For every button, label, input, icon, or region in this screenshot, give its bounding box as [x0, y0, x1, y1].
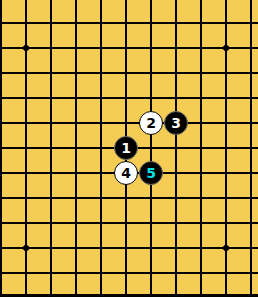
- star-point: [222, 44, 230, 52]
- grid-hline: [0, 197, 258, 199]
- grid-hline: [0, 47, 258, 49]
- grid-hline: [0, 97, 258, 99]
- stone-black-3[interactable]: 3: [164, 111, 188, 135]
- grid-hline: [0, 22, 258, 24]
- stone-number-label: 2: [146, 116, 156, 130]
- stone-white-4[interactable]: 4: [114, 161, 138, 185]
- grid-hline: [0, 122, 258, 124]
- grid-hline: [0, 222, 258, 224]
- stone-black-1[interactable]: 1: [114, 136, 138, 160]
- stone-white-2[interactable]: 2: [139, 111, 163, 135]
- stone-number-label: 4: [121, 166, 131, 180]
- grid-hline: [0, 247, 258, 249]
- star-point: [22, 244, 30, 252]
- star-point: [22, 44, 30, 52]
- stone-black-5[interactable]: 5: [139, 161, 163, 185]
- grid-hline: [0, 272, 258, 274]
- goban-board[interactable]: 12345: [0, 0, 258, 297]
- stone-number-label: 5: [146, 166, 156, 180]
- star-point: [222, 244, 230, 252]
- stone-number-label: 1: [121, 141, 131, 155]
- grid-hline: [0, 72, 258, 74]
- stone-number-label: 3: [171, 116, 181, 130]
